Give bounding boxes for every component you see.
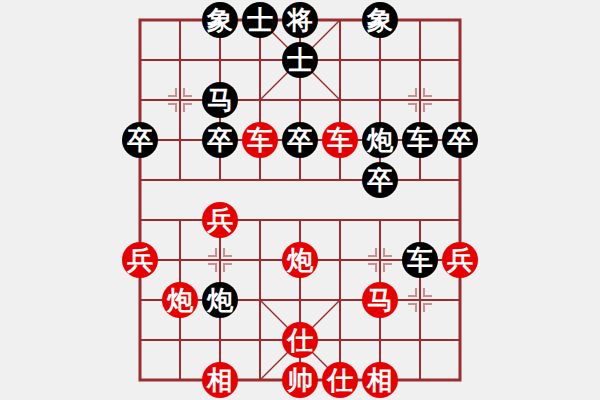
piece-red-cannon[interactable]: 炮: [162, 282, 198, 318]
piece-red-elephant[interactable]: 相: [202, 362, 238, 398]
piece-black-soldier[interactable]: 卒: [202, 122, 238, 158]
piece-red-chariot[interactable]: 车: [242, 122, 278, 158]
piece-black-chariot[interactable]: 车: [402, 242, 438, 278]
piece-red-chariot[interactable]: 车: [322, 122, 358, 158]
piece-black-elephant[interactable]: 象: [362, 2, 398, 38]
piece-red-general[interactable]: 帅: [282, 362, 318, 398]
piece-black-advisor[interactable]: 士: [282, 42, 318, 78]
piece-black-horse[interactable]: 马: [202, 82, 238, 118]
piece-black-soldier[interactable]: 卒: [442, 122, 478, 158]
piece-red-soldier[interactable]: 兵: [202, 202, 238, 238]
xiangqi-board: 象士将象士马卒卒车卒车炮车卒卒兵兵炮车兵炮炮马仕相帅仕相: [0, 0, 600, 400]
piece-red-soldier[interactable]: 兵: [442, 242, 478, 278]
piece-red-elephant[interactable]: 相: [362, 362, 398, 398]
piece-black-chariot[interactable]: 车: [402, 122, 438, 158]
piece-black-soldier[interactable]: 卒: [362, 162, 398, 198]
piece-black-soldier[interactable]: 卒: [282, 122, 318, 158]
piece-black-cannon[interactable]: 炮: [202, 282, 238, 318]
piece-red-advisor[interactable]: 仕: [282, 322, 318, 358]
piece-layer: 象士将象士马卒卒车卒车炮车卒卒兵兵炮车兵炮炮马仕相帅仕相: [0, 0, 600, 400]
piece-red-horse[interactable]: 马: [362, 282, 398, 318]
xiangqi-app: 象士将象士马卒卒车卒车炮车卒卒兵兵炮车兵炮炮马仕相帅仕相: [0, 0, 600, 400]
piece-black-elephant[interactable]: 象: [202, 2, 238, 38]
piece-black-soldier[interactable]: 卒: [122, 122, 158, 158]
piece-black-cannon[interactable]: 炮: [362, 122, 398, 158]
piece-red-cannon[interactable]: 炮: [282, 242, 318, 278]
piece-red-advisor[interactable]: 仕: [322, 362, 358, 398]
piece-red-soldier[interactable]: 兵: [122, 242, 158, 278]
piece-black-general[interactable]: 将: [282, 2, 318, 38]
piece-black-advisor[interactable]: 士: [242, 2, 278, 38]
